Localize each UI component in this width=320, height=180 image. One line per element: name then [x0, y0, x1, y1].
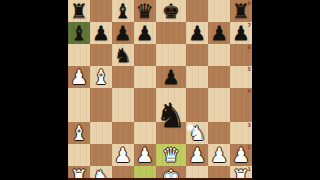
board-bottom-edge [68, 178, 252, 180]
square-h4[interactable]: 4 [230, 88, 252, 122]
square-c8[interactable]: ♝ [112, 0, 134, 22]
piece-black-queen[interactable]: ♛ [136, 0, 154, 22]
rank-coordinate-label: 1 [248, 166, 251, 172]
square-g2[interactable]: ♟ [208, 144, 230, 166]
piece-white-pawn[interactable]: ♟ [114, 144, 132, 166]
square-c4[interactable] [112, 88, 134, 122]
square-g3[interactable] [208, 122, 230, 144]
square-a5[interactable]: ♟ [68, 66, 90, 88]
square-b3[interactable] [90, 122, 112, 144]
square-d8[interactable]: ♛ [134, 0, 156, 22]
square-f2[interactable]: ♟ [186, 144, 208, 166]
piece-black-bishop[interactable]: ♝ [70, 22, 88, 44]
square-b7[interactable]: ♟ [90, 22, 112, 44]
square-d5[interactable] [134, 66, 156, 88]
square-f4[interactable] [186, 88, 208, 122]
square-g4[interactable] [208, 88, 230, 122]
square-a6[interactable] [68, 44, 90, 66]
square-f6[interactable] [186, 44, 208, 66]
square-b5[interactable]: ♝ [90, 66, 112, 88]
video-frame: ♜♝♛♚♜8♝♟♟♟♟♟♟7♞6♟♝♟5♞4♝♞3♟♟♛♟♟♟2♜a♞bcd♚e… [0, 0, 320, 180]
piece-white-bishop[interactable]: ♝ [92, 66, 110, 88]
rank-coordinate-label: 6 [248, 44, 251, 50]
square-b2[interactable] [90, 144, 112, 166]
square-c2[interactable]: ♟ [112, 144, 134, 166]
piece-white-bishop[interactable]: ♝ [70, 122, 88, 144]
square-f7[interactable]: ♟ [186, 22, 208, 44]
piece-black-bishop[interactable]: ♝ [114, 0, 132, 22]
piece-black-pawn[interactable]: ♟ [92, 22, 110, 44]
rank-coordinate-label: 8 [248, 0, 251, 6]
piece-white-pawn[interactable]: ♟ [70, 66, 88, 88]
square-g6[interactable] [208, 44, 230, 66]
square-d3[interactable] [134, 122, 156, 144]
square-c5[interactable] [112, 66, 134, 88]
square-a4[interactable] [68, 88, 90, 122]
square-b6[interactable] [90, 44, 112, 66]
square-e7[interactable] [156, 22, 186, 44]
square-h7[interactable]: ♟7 [230, 22, 252, 44]
piece-white-queen[interactable]: ♛ [162, 144, 180, 166]
square-e4[interactable]: ♞ [156, 88, 186, 122]
piece-black-king[interactable]: ♚ [162, 0, 180, 22]
rank-coordinate-label: 4 [248, 88, 251, 94]
square-d7[interactable]: ♟ [134, 22, 156, 44]
chess-board: ♜♝♛♚♜8♝♟♟♟♟♟♟7♞6♟♝♟5♞4♝♞3♟♟♛♟♟♟2♜a♞bcd♚e… [68, 0, 252, 180]
piece-black-pawn[interactable]: ♟ [210, 22, 228, 44]
rank-coordinate-label: 5 [248, 66, 251, 72]
piece-black-knight[interactable]: ♞ [156, 98, 186, 132]
rank-coordinate-label: 3 [248, 122, 251, 128]
square-g5[interactable] [208, 66, 230, 88]
square-g7[interactable]: ♟ [208, 22, 230, 44]
square-f5[interactable] [186, 66, 208, 88]
piece-black-pawn[interactable]: ♟ [114, 22, 132, 44]
piece-black-pawn[interactable]: ♟ [162, 66, 180, 88]
square-c7[interactable]: ♟ [112, 22, 134, 44]
piece-black-pawn[interactable]: ♟ [136, 22, 154, 44]
piece-white-pawn[interactable]: ♟ [210, 144, 228, 166]
drag-cursor-dot [188, 125, 193, 130]
piece-white-pawn[interactable]: ♟ [136, 144, 154, 166]
square-h2[interactable]: ♟2 [230, 144, 252, 166]
piece-black-knight[interactable]: ♞ [114, 44, 132, 66]
square-d2[interactable]: ♟ [134, 144, 156, 166]
square-a7[interactable]: ♝ [68, 22, 90, 44]
square-e2[interactable]: ♛ [156, 144, 186, 166]
square-h3[interactable]: 3 [230, 122, 252, 144]
piece-white-pawn[interactable]: ♟ [188, 144, 206, 166]
square-a3[interactable]: ♝ [68, 122, 90, 144]
square-d4[interactable] [134, 88, 156, 122]
square-a8[interactable]: ♜ [68, 0, 90, 22]
rank-coordinate-label: 2 [248, 144, 251, 150]
square-b4[interactable] [90, 88, 112, 122]
square-h6[interactable]: 6 [230, 44, 252, 66]
square-h8[interactable]: ♜8 [230, 0, 252, 22]
square-e6[interactable] [156, 44, 186, 66]
square-b8[interactable] [90, 0, 112, 22]
rank-coordinate-label: 7 [248, 22, 251, 28]
square-e8[interactable]: ♚ [156, 0, 186, 22]
piece-black-pawn[interactable]: ♟ [188, 22, 206, 44]
square-h5[interactable]: 5 [230, 66, 252, 88]
square-g8[interactable] [208, 0, 230, 22]
square-f8[interactable] [186, 0, 208, 22]
piece-black-rook[interactable]: ♜ [70, 0, 88, 22]
square-a2[interactable] [68, 144, 90, 166]
square-d6[interactable] [134, 44, 156, 66]
square-c6[interactable]: ♞ [112, 44, 134, 66]
square-c3[interactable] [112, 122, 134, 144]
square-e5[interactable]: ♟ [156, 66, 186, 88]
